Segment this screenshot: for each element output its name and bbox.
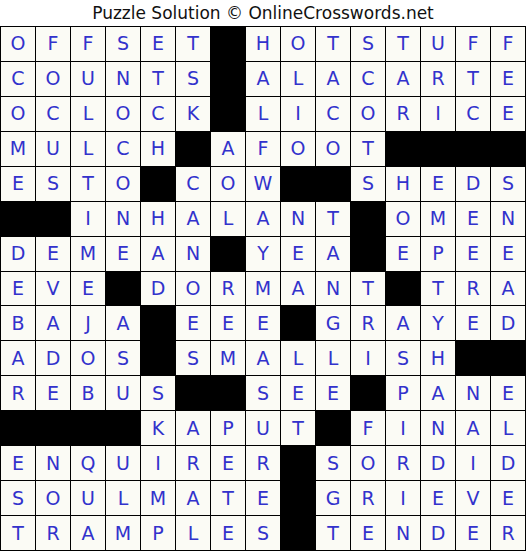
cell-r1-c3: F [71,27,105,61]
cell-r9-c4: A [106,306,140,340]
cell-r15-c15: R [491,516,525,550]
cell-r11-c3: B [71,376,105,410]
cell-r4-c3: L [71,132,105,166]
cell-r13-c4: U [106,446,140,480]
cell-r15-c4: M [106,516,140,550]
cell-r5-c4: O [106,167,140,201]
cell-r13-c2: N [36,446,70,480]
cell-r4-c10: O [316,132,350,166]
cell-r7-c2: E [36,237,70,271]
cell-r12-c5: K [141,411,175,445]
cell-r7-c9: E [281,237,315,271]
cell-r11-c8: S [246,376,280,410]
cell-r3-c10: C [316,97,350,131]
block-r8-c4 [106,272,140,306]
block-r6-c11 [351,202,385,236]
cell-r9-c8: E [246,306,280,340]
cell-r7-c4: E [106,237,140,271]
title-bar: Puzzle Solution © OnlineCrosswords.net [0,0,526,26]
cell-r4-c4: C [106,132,140,166]
cell-r11-c9: E [281,376,315,410]
cell-r7-c12: E [386,237,420,271]
cell-r1-c5: E [141,27,175,61]
cell-r15-c12: N [386,516,420,550]
cell-r1-c10: T [316,27,350,61]
cell-r2-c13: R [421,62,455,96]
cell-r14-c15: E [491,481,525,515]
block-r3-c7 [211,97,245,131]
cell-r8-c13: T [421,272,455,306]
cell-r3-c11: O [351,97,385,131]
cell-r1-c11: S [351,27,385,61]
block-r5-c10 [316,167,350,201]
block-r14-c9 [281,481,315,515]
block-r15-c9 [281,516,315,550]
cell-r9-c7: E [211,306,245,340]
block-r2-c7 [211,62,245,96]
block-r5-c5 [141,167,175,201]
cell-r14-c3: U [71,481,105,515]
cell-r5-c7: O [211,167,245,201]
cell-r13-c7: E [211,446,245,480]
cell-r13-c14: I [456,446,490,480]
cell-r11-c2: E [36,376,70,410]
cell-r5-c13: E [421,167,455,201]
cell-r8-c15: A [491,272,525,306]
cell-r4-c5: H [141,132,175,166]
cell-r7-c5: A [141,237,175,271]
cell-r6-c12: O [386,202,420,236]
cell-r4-c9: O [281,132,315,166]
block-r4-c12 [386,132,420,166]
cell-r8-c14: R [456,272,490,306]
cell-r9-c14: E [456,306,490,340]
cell-r12-c9: T [281,411,315,445]
cell-r13-c11: O [351,446,385,480]
cell-r12-c14: A [456,411,490,445]
cell-r13-c13: D [421,446,455,480]
cell-r9-c15: D [491,306,525,340]
cell-r11-c15: E [491,376,525,410]
cell-r15-c7: E [211,516,245,550]
cell-r8-c2: V [36,272,70,306]
cell-r1-c15: F [491,27,525,61]
cell-r14-c11: R [351,481,385,515]
cell-r6-c10: T [316,202,350,236]
cell-r6-c9: N [281,202,315,236]
cell-r8-c7: R [211,272,245,306]
cell-r13-c3: Q [71,446,105,480]
cell-r6-c7: L [211,202,245,236]
cell-r8-c9: A [281,272,315,306]
block-r12-c1 [1,411,35,445]
cell-r15-c5: P [141,516,175,550]
block-r4-c13 [421,132,455,166]
cell-r3-c8: L [246,97,280,131]
cell-r10-c13: H [421,341,455,375]
cell-r1-c12: T [386,27,420,61]
cell-r14-c14: V [456,481,490,515]
cell-r7-c15: E [491,237,525,271]
cell-r1-c9: O [281,27,315,61]
cell-r9-c2: A [36,306,70,340]
cell-r14-c7: T [211,481,245,515]
cell-r6-c15: N [491,202,525,236]
cell-r6-c3: I [71,202,105,236]
cell-r2-c12: A [386,62,420,96]
block-r7-c11 [351,237,385,271]
cell-r4-c1: M [1,132,35,166]
cell-r3-c3: L [71,97,105,131]
block-r11-c6 [176,376,210,410]
cell-r12-c12: I [386,411,420,445]
cell-r11-c10: E [316,376,350,410]
cell-r15-c6: L [176,516,210,550]
cell-r3-c4: O [106,97,140,131]
block-r10-c15 [491,341,525,375]
block-r7-c7 [211,237,245,271]
cell-r2-c4: N [106,62,140,96]
block-r12-c3 [71,411,105,445]
cell-r14-c8: E [246,481,280,515]
cell-r9-c11: R [351,306,385,340]
cell-r6-c5: H [141,202,175,236]
cell-r14-c12: I [386,481,420,515]
cell-r10-c6: S [176,341,210,375]
cell-r9-c3: J [71,306,105,340]
block-r6-c2 [36,202,70,236]
cell-r7-c1: D [1,237,35,271]
cell-r10-c12: S [386,341,420,375]
cell-r10-c9: L [281,341,315,375]
cell-r10-c10: L [316,341,350,375]
cell-r5-c8: W [246,167,280,201]
block-r12-c10 [316,411,350,445]
cell-r1-c14: F [456,27,490,61]
block-r11-c11 [351,376,385,410]
cell-r15-c8: S [246,516,280,550]
cell-r6-c14: E [456,202,490,236]
cell-r8-c10: N [316,272,350,306]
cell-r13-c15: D [491,446,525,480]
cell-r12-c11: F [351,411,385,445]
cell-r5-c15: S [491,167,525,201]
cell-r3-c13: I [421,97,455,131]
cell-r2-c14: T [456,62,490,96]
cell-r11-c1: R [1,376,35,410]
block-r9-c9 [281,306,315,340]
block-r10-c14 [456,341,490,375]
cell-r10-c3: O [71,341,105,375]
cell-r2-c6: S [176,62,210,96]
cell-r2-c8: A [246,62,280,96]
block-r12-c2 [36,411,70,445]
cell-r2-c2: O [36,62,70,96]
cell-r5-c12: H [386,167,420,201]
cell-r1-c1: O [1,27,35,61]
cell-r6-c8: A [246,202,280,236]
cell-r14-c2: O [36,481,70,515]
cell-r10-c2: D [36,341,70,375]
cell-r13-c8: R [246,446,280,480]
cell-r10-c11: I [351,341,385,375]
cell-r8-c3: E [71,272,105,306]
cell-r15-c2: R [36,516,70,550]
cell-r2-c9: L [281,62,315,96]
cell-r12-c6: A [176,411,210,445]
cell-r7-c14: E [456,237,490,271]
page-title: Puzzle Solution © OnlineCrosswords.net [92,3,434,23]
cell-r9-c13: Y [421,306,455,340]
cell-r11-c4: U [106,376,140,410]
cell-r5-c2: S [36,167,70,201]
cell-r6-c6: A [176,202,210,236]
cell-r15-c14: E [456,516,490,550]
cell-r2-c1: C [1,62,35,96]
cell-r8-c6: O [176,272,210,306]
cell-r9-c6: E [176,306,210,340]
cell-r9-c10: G [316,306,350,340]
cell-r7-c8: Y [246,237,280,271]
cell-r12-c7: P [211,411,245,445]
cell-r2-c10: A [316,62,350,96]
block-r10-c5 [141,341,175,375]
block-r13-c9 [281,446,315,480]
cell-r6-c13: M [421,202,455,236]
cell-r9-c12: A [386,306,420,340]
cell-r3-c5: C [141,97,175,131]
cell-r7-c3: M [71,237,105,271]
cell-r2-c5: T [141,62,175,96]
block-r4-c6 [176,132,210,166]
cell-r13-c1: E [1,446,35,480]
block-r5-c9 [281,167,315,201]
cell-r13-c5: I [141,446,175,480]
cell-r14-c13: E [421,481,455,515]
cell-r5-c6: C [176,167,210,201]
cell-r14-c6: A [176,481,210,515]
cell-r2-c15: E [491,62,525,96]
cell-r7-c13: P [421,237,455,271]
cell-r1-c13: U [421,27,455,61]
cell-r8-c8: M [246,272,280,306]
cell-r15-c11: E [351,516,385,550]
block-r6-c1 [1,202,35,236]
cell-r10-c8: A [246,341,280,375]
cell-r13-c12: R [386,446,420,480]
cell-r3-c1: O [1,97,35,131]
cell-r3-c14: C [456,97,490,131]
block-r1-c7 [211,27,245,61]
cell-r10-c7: M [211,341,245,375]
cell-r7-c10: A [316,237,350,271]
block-r4-c15 [491,132,525,166]
cell-r4-c2: U [36,132,70,166]
cell-r2-c3: U [71,62,105,96]
cell-r13-c6: R [176,446,210,480]
cell-r1-c2: F [36,27,70,61]
block-r12-c4 [106,411,140,445]
cell-r4-c7: A [211,132,245,166]
cell-r12-c13: N [421,411,455,445]
cell-r12-c15: L [491,411,525,445]
cell-r1-c6: T [176,27,210,61]
cell-r3-c15: E [491,97,525,131]
cell-r3-c12: R [386,97,420,131]
cell-r10-c4: S [106,341,140,375]
cell-r11-c14: N [456,376,490,410]
cell-r5-c14: D [456,167,490,201]
cell-r5-c3: T [71,167,105,201]
crossword-board: OFFSETHOTSTUFFCOUNTSALACARTEOCLOCKLICORI… [0,26,526,551]
cell-r3-c2: C [36,97,70,131]
cell-r10-c1: A [1,341,35,375]
cell-r15-c1: T [1,516,35,550]
cell-r1-c8: H [246,27,280,61]
block-r9-c5 [141,306,175,340]
cell-r8-c1: E [1,272,35,306]
cell-r11-c5: S [141,376,175,410]
block-r4-c14 [456,132,490,166]
cell-r8-c5: D [141,272,175,306]
cell-r1-c4: S [106,27,140,61]
cell-r6-c4: N [106,202,140,236]
cell-r14-c1: S [1,481,35,515]
cell-r4-c11: T [351,132,385,166]
block-r11-c7 [211,376,245,410]
cell-r11-c13: A [421,376,455,410]
cell-r3-c9: I [281,97,315,131]
cell-r7-c6: N [176,237,210,271]
cell-r14-c5: M [141,481,175,515]
cell-r15-c3: A [71,516,105,550]
block-r8-c12 [386,272,420,306]
cell-r9-c1: B [1,306,35,340]
cell-r5-c11: S [351,167,385,201]
cell-r4-c8: F [246,132,280,166]
cell-r5-c1: E [1,167,35,201]
cell-r15-c10: T [316,516,350,550]
crossword-solution-page: Puzzle Solution © OnlineCrosswords.net O… [0,0,526,551]
cell-r3-c6: K [176,97,210,131]
cell-r15-c13: D [421,516,455,550]
cell-r2-c11: C [351,62,385,96]
cell-r14-c10: G [316,481,350,515]
cell-r12-c8: U [246,411,280,445]
cell-r13-c10: S [316,446,350,480]
cell-r11-c12: P [386,376,420,410]
cell-r14-c4: L [106,481,140,515]
cell-r8-c11: T [351,272,385,306]
